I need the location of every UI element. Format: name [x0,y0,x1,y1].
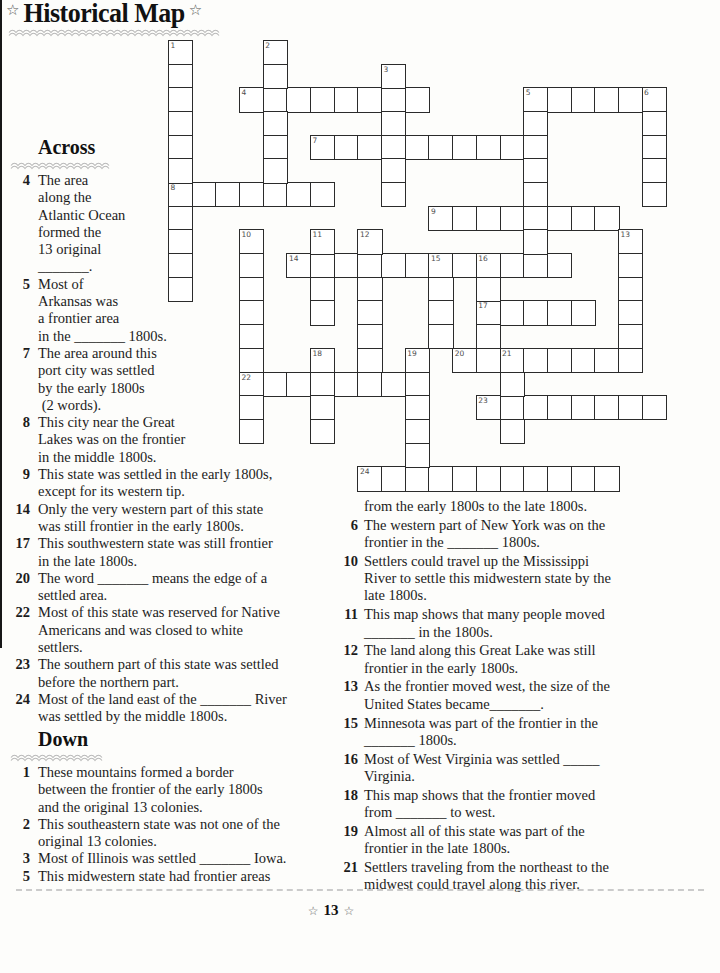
across-clues: 4The areaalong theAtlantic Oceanformed t… [8,172,353,726]
clue-across-5: 5Most ofArkansas wasa frontier areain th… [8,276,353,345]
grid-cell[interactable] [476,206,501,231]
clue-text-line: Arkansas was [38,293,167,310]
grid-cell[interactable]: 12 [357,229,382,254]
clue-text-line: This map shows that the frontier moved [364,787,595,804]
grid-cell[interactable] [357,135,382,160]
grid-cell[interactable] [523,253,548,278]
grid-cell[interactable] [523,135,548,160]
clue-down-11: 11This map shows that many people moved_… [334,606,716,641]
grid-cell[interactable] [642,111,667,136]
clue-text-line: formed the [38,224,125,241]
cell-number: 9 [431,207,436,216]
grid-cell[interactable] [168,64,193,89]
grid-cell[interactable] [405,419,430,444]
grid-cell[interactable] [405,466,430,491]
grid-cell[interactable] [571,87,596,112]
grid-cell[interactable] [357,324,382,349]
grid-cell[interactable]: 21 [500,348,525,373]
grid-cell[interactable] [428,277,453,302]
grid-cell[interactable]: 9 [428,206,453,231]
star-icon: ☆ [6,0,19,20]
clue-number: 4 [8,172,30,276]
grid-cell[interactable] [523,466,548,491]
clue-text-line: This midwestern state had frontier areas [38,868,270,885]
clue-text: The southern part of this state was sett… [30,656,278,691]
clue-across-14: 14Only the very western part of this sta… [8,501,353,536]
grid-cell[interactable] [547,206,572,231]
grid-cell[interactable]: 1 [168,40,193,65]
clue-across-23: 23The southern part of this state was se… [8,656,353,691]
clue-text-line: Americans and was closed to white [38,622,280,639]
grid-cell[interactable] [381,87,406,112]
clue-text-line: Most of the land east of the _______ Riv… [38,691,287,708]
grid-cell[interactable] [547,395,572,420]
grid-cell[interactable] [263,87,288,112]
down-header: Down [38,728,88,751]
grid-cell[interactable] [547,348,572,373]
clue-text-line: This city near the Great [38,414,185,431]
clue-text-line: late 1800s. [364,587,611,604]
grid-cell[interactable]: 16 [476,253,501,278]
clue-text-line: and the original 13 colonies. [38,799,263,816]
grid-cell[interactable] [405,87,430,112]
grid-cell[interactable] [594,348,619,373]
grid-cell[interactable]: 13 [618,229,643,254]
clue-number: 5 [8,276,30,345]
grid-cell[interactable] [547,87,572,112]
grid-cell[interactable]: 6 [642,87,667,112]
clue-text-line: in the _______ 1800s. [38,328,167,345]
grid-cell[interactable] [168,111,193,136]
clue-text-line: Atlantic Ocean [38,207,125,224]
clue-text: The area around thisport city was settle… [30,345,157,414]
down-right-clues: from the early 1800s to the late 1800s.6… [334,498,716,895]
clue-text: This state was settled in the early 1800… [30,466,272,501]
grid-cell[interactable]: 23 [476,395,501,420]
grid-cell[interactable] [523,158,548,183]
clue-text-line: Virginia. [364,768,600,785]
bottom-dashed-rule [16,889,704,891]
grid-cell[interactable] [334,135,359,160]
clue-text-line: settled area. [38,587,267,604]
grid-cell[interactable]: 20 [452,348,477,373]
cell-number: 3 [384,65,389,74]
clue-down-3: 3Most of Illinois was settled _______ Io… [8,850,353,867]
clue-text-line: This southwestern state was still fronti… [38,535,273,552]
clue-number: 12 [334,642,358,677]
clue-text-line: Almost all of this state was part of the [364,823,585,840]
clue-text-line: in the middle 1800s. [38,449,185,466]
clue-number: 3 [8,850,30,867]
clue-down-13: 13As the frontier moved west, the size o… [334,678,716,713]
clue-text: As the frontier moved west, the size of … [358,678,610,713]
cell-number: 20 [455,349,465,358]
clue-text: Most of Illinois was settled _______ Iow… [30,850,287,867]
clue-across-22: 22Most of this state was reserved for Na… [8,604,353,656]
cell-number: 24 [360,467,370,476]
clue-text: This southeastern state was not one of t… [30,816,280,851]
clue-text: The word _______ means the edge of asett… [30,570,267,605]
grid-cell[interactable] [476,135,501,160]
grid-cell[interactable] [452,135,477,160]
grid-cell[interactable] [428,466,453,491]
clue-text-line: Minnesota was part of the frontier in th… [364,715,598,732]
grid-cell[interactable] [523,182,548,207]
clue-text-line: original 13 colonies. [38,833,280,850]
clue-text-line: frontier in the early 1800s. [364,660,596,677]
grid-cell[interactable] [357,300,382,325]
clue-text-line: 13 original [38,241,125,258]
grid-cell[interactable]: 3 [381,64,406,89]
clue-text: This map shows that many people moved___… [358,606,605,641]
cell-number: 1 [171,41,176,50]
grid-cell[interactable] [405,135,430,160]
grid-cell[interactable] [594,466,619,491]
grid-cell[interactable] [381,372,406,397]
grid-cell[interactable]: 19 [405,348,430,373]
clue-down-continuation: from the early 1800s to the late 1800s. [334,498,716,515]
clue-text: from the early 1800s to the late 1800s. [358,498,587,515]
clue-text-line: Most of West Virginia was settled _____ [364,751,600,768]
across-underline-squiggle [10,162,112,171]
grid-cell[interactable] [428,324,453,349]
clue-text-line: was still frontier in the early 1800s. [38,518,263,535]
grid-cell[interactable] [263,135,288,160]
clue-text: This map shows that the frontier movedfr… [358,787,595,822]
grid-cell[interactable] [547,466,572,491]
clue-number: 16 [334,751,358,786]
clue-text-line: River to settle this midwestern state by… [364,570,611,587]
clue-number: 15 [334,715,358,750]
clue-text-line: The word _______ means the edge of a [38,570,267,587]
worksheet-page: { "game": "crossword", "title": { "star_… [0,0,720,973]
clue-down-5: 5This midwestern state had frontier area… [8,868,353,885]
grid-cell[interactable] [618,300,643,325]
grid-cell[interactable]: 5 [523,87,548,112]
clue-text: Most ofArkansas wasa frontier areain the… [30,276,167,345]
clue-text: This city near the GreatLakes was on the… [30,414,185,466]
clue-text-line: frontier in the late 1800s. [364,840,585,857]
grid-cell[interactable] [357,348,382,373]
grid-cell[interactable] [500,253,525,278]
clue-number: 20 [8,570,30,605]
clue-text-line: except for its western tip. [38,483,272,500]
grid-cell[interactable] [381,135,406,160]
grid-cell[interactable] [642,395,667,420]
clue-text-line: (2 words). [38,397,157,414]
grid-cell[interactable] [476,466,501,491]
clue-number: 7 [8,345,30,414]
grid-cell[interactable] [381,253,406,278]
clue-number: 19 [334,823,358,858]
grid-cell[interactable] [523,206,548,231]
clue-down-18: 18This map shows that the frontier moved… [334,787,716,822]
cell-number: 7 [313,136,318,145]
grid-cell[interactable] [642,135,667,160]
grid-cell[interactable] [381,182,406,207]
grid-cell[interactable] [168,135,193,160]
grid-cell[interactable] [523,229,548,254]
clue-number [334,498,358,515]
grid-cell[interactable] [405,395,430,420]
grid-cell[interactable] [476,277,501,302]
cell-number: 23 [478,396,488,405]
grid-cell[interactable] [618,324,643,349]
clue-text-line: Settlers traveling from the northeast to… [364,859,609,876]
grid-cell[interactable] [452,253,477,278]
clue-text-line: The western part of New York was on the [364,517,605,534]
grid-cell[interactable] [405,253,430,278]
clue-text-line: Most of Illinois was settled _______ Iow… [38,850,287,867]
grid-cell[interactable] [500,419,525,444]
grid-cell[interactable] [405,443,430,468]
clue-text-line: These mountains formed a border [38,764,263,781]
clue-text-line: The area around this [38,345,157,362]
clue-text-line: from _______ to west. [364,804,595,821]
grid-cell[interactable] [523,111,548,136]
clue-text-line: Lakes was on the frontier [38,431,185,448]
grid-cell[interactable] [642,158,667,183]
grid-cell[interactable] [523,348,548,373]
clue-across-7: 7The area around thisport city was settl… [8,345,353,414]
grid-cell[interactable] [500,300,525,325]
grid-cell[interactable] [263,111,288,136]
cell-number: 5 [526,88,531,97]
grid-cell[interactable] [476,324,501,349]
grid-cell[interactable] [500,372,525,397]
grid-cell[interactable] [381,158,406,183]
grid-cell[interactable] [334,87,359,112]
grid-cell[interactable] [381,111,406,136]
grid-cell[interactable] [547,300,572,325]
clue-down-10: 10Settlers could travel up the Mississip… [334,553,716,605]
clue-text: The land along this Great Lake was still… [358,642,596,677]
clue-text: This southwestern state was still fronti… [30,535,273,570]
cell-number: 17 [478,301,488,310]
grid-cell[interactable] [357,277,382,302]
clue-number: 9 [8,466,30,501]
clue-text: Most of this state was reserved for Nati… [30,604,280,656]
star-icon: ☆ [189,0,202,20]
grid-cell[interactable] [523,395,548,420]
clue-number: 17 [8,535,30,570]
clue-text-line: was settled by the middle 1800s. [38,708,287,725]
grid-cell[interactable] [357,87,382,112]
clue-across-8: 8This city near the GreatLakes was on th… [8,414,353,466]
clue-number: 10 [334,553,358,605]
clue-text-line: The land along this Great Lake was still [364,642,596,659]
clue-text-line: This map shows that many people moved [364,606,605,623]
clue-number: 6 [334,517,358,552]
clue-text-line: Settlers could travel up the Mississippi [364,553,611,570]
grid-cell[interactable] [381,466,406,491]
clue-text: These mountains formed a borderbetween t… [30,764,263,816]
clue-down-15: 15Minnesota was part of the frontier in … [334,715,716,750]
page-number: 13 [324,902,339,918]
grid-cell[interactable] [642,182,667,207]
clue-number: 5 [8,868,30,885]
clue-text: The areaalong theAtlantic Oceanformed th… [30,172,125,276]
clue-down-6: 6The western part of New York was on the… [334,517,716,552]
clue-number: 11 [334,606,358,641]
clue-text-line: Most of this state was reserved for Nati… [38,604,280,621]
grid-cell[interactable] [618,253,643,278]
page-footer: ☆13☆ [0,901,662,921]
grid-cell[interactable]: 4 [239,87,264,112]
clue-number: 1 [8,764,30,816]
grid-cell[interactable] [500,395,525,420]
clue-text: Minnesota was part of the frontier in th… [358,715,598,750]
cell-number: 13 [620,230,630,239]
cell-number: 12 [360,230,370,239]
clue-number: 22 [8,604,30,656]
clue-across-20: 20The word _______ means the edge of ase… [8,570,353,605]
clue-text-line: As the frontier moved west, the size of … [364,678,610,695]
clue-text-line: by the early 1800s [38,380,157,397]
clue-text-line: between the frontier of the early 1800s [38,781,263,798]
grid-cell[interactable] [310,87,335,112]
down-left-clues: 1These mountains formed a borderbetween … [8,764,353,885]
clue-text: This midwestern state had frontier areas [30,868,270,885]
grid-cell[interactable] [452,206,477,231]
grid-cell[interactable] [168,87,193,112]
clue-text: The western part of New York was on thef… [358,517,605,552]
clue-text-line: This southeastern state was not one of t… [38,816,280,833]
grid-cell[interactable]: 17 [476,300,501,325]
clue-text: Only the very western part of this state… [30,501,263,536]
grid-cell[interactable] [618,348,643,373]
clue-text-line: The southern part of this state was sett… [38,656,278,673]
clue-across-24: 24Most of the land east of the _______ R… [8,691,353,726]
grid-cell[interactable] [428,135,453,160]
grid-cell[interactable] [476,348,501,373]
clue-text: Most of West Virginia was settled _____V… [358,751,600,786]
grid-cell[interactable] [594,87,619,112]
grid-cell[interactable] [405,372,430,397]
clue-number: 2 [8,816,30,851]
clue-text-line: Most of [38,276,167,293]
clue-text-line: in the late 1800s. [38,553,273,570]
clue-down-19: 19Almost all of this state was part of t… [334,823,716,858]
grid-cell[interactable] [571,395,596,420]
clue-down-12: 12The land along this Great Lake was sti… [334,642,716,677]
grid-cell[interactable]: 7 [310,135,335,160]
grid-cell[interactable] [428,300,453,325]
grid-cell[interactable] [547,253,572,278]
grid-cell[interactable] [523,300,548,325]
clue-text: Settlers could travel up the Mississippi… [358,553,611,605]
grid-cell[interactable] [594,395,619,420]
clue-across-17: 17This southwestern state was still fron… [8,535,353,570]
grid-cell[interactable] [571,300,596,325]
clue-text-line: United States became_______. [364,696,610,713]
clue-text-line: settlers. [38,639,280,656]
clue-number: 13 [334,678,358,713]
grid-cell[interactable] [618,277,643,302]
scan-artifact-line [0,0,2,648]
grid-cell[interactable] [571,466,596,491]
grid-cell[interactable] [500,206,525,231]
clue-text-line: along the [38,189,125,206]
grid-cell[interactable]: 2 [263,40,288,65]
clue-text: Most of the land east of the _______ Riv… [30,691,287,726]
grid-cell[interactable] [571,206,596,231]
grid-cell[interactable] [618,87,643,112]
grid-cell[interactable]: 15 [428,253,453,278]
clue-text-line: _______ in the 1800s. [364,624,605,641]
grid-cell[interactable] [357,253,382,278]
clue-text-line: Only the very western part of this state [38,501,263,518]
cell-number: 4 [242,88,247,97]
page-title: Historical Map [23,0,184,28]
clue-number: 23 [8,656,30,691]
clue-text-line: This state was settled in the early 1800… [38,466,272,483]
clue-text-line: _______ 1800s. [364,732,598,749]
star-icon: ☆ [308,904,319,918]
clue-text-line: port city was settled [38,362,157,379]
clue-number: 14 [8,501,30,536]
clue-text-line: frontier in the _______ 1800s. [364,534,605,551]
grid-cell[interactable] [263,64,288,89]
grid-cell[interactable] [286,87,311,112]
clue-text-line: before the northern part. [38,674,278,691]
grid-cell[interactable] [357,372,382,397]
grid-cell[interactable] [500,466,525,491]
across-header: Across [38,136,95,159]
clue-text-line: The area [38,172,125,189]
clue-across-4: 4The areaalong theAtlantic Oceanformed t… [8,172,353,276]
cell-number: 21 [502,349,512,358]
title-underline-squiggle [8,29,220,38]
clue-number: 24 [8,691,30,726]
clue-text-line: _______. [38,258,125,275]
clue-down-16: 16Most of West Virginia was settled ____… [334,751,716,786]
clue-down-2: 2This southeastern state was not one of … [8,816,353,851]
page-header: ☆ Historical Map ☆ [6,0,202,28]
clue-text-line: from the early 1800s to the late 1800s. [364,498,587,515]
clue-number: 8 [8,414,30,466]
grid-cell[interactable] [500,135,525,160]
clue-text-line: a frontier area [38,310,167,327]
star-icon: ☆ [344,904,355,918]
grid-cell[interactable] [618,395,643,420]
clue-down-1: 1These mountains formed a borderbetween … [8,764,353,816]
clue-text: Almost all of this state was part of the… [358,823,585,858]
cell-number: 15 [431,254,441,263]
down-underline-squiggle [10,754,106,763]
cell-number: 16 [478,254,488,263]
cell-number: 6 [644,88,649,97]
clue-number: 18 [334,787,358,822]
grid-cell[interactable]: 24 [357,466,382,491]
grid-cell[interactable] [571,348,596,373]
grid-cell[interactable] [594,206,619,231]
grid-cell[interactable] [452,466,477,491]
cell-number: 19 [407,349,417,358]
cell-number: 2 [265,41,270,50]
clue-across-9: 9This state was settled in the early 180… [8,466,353,501]
